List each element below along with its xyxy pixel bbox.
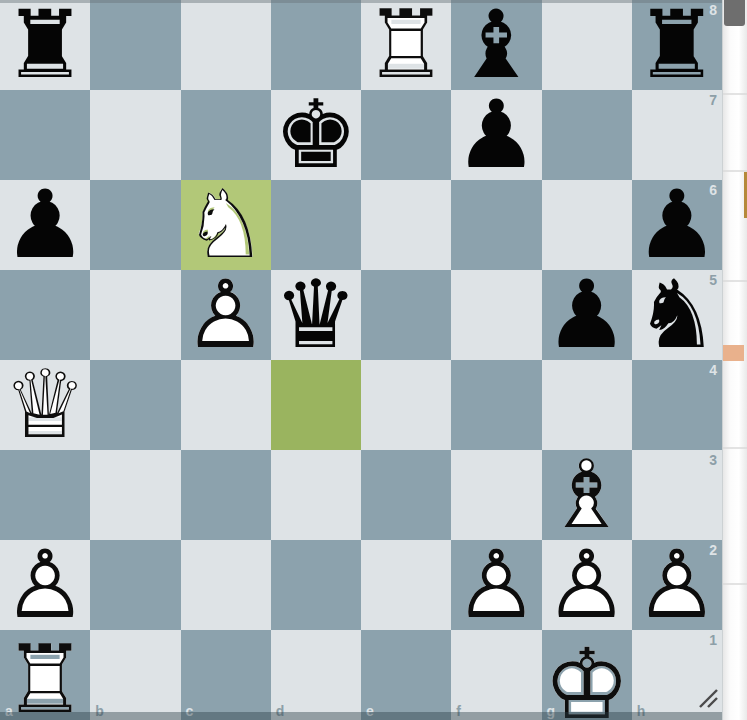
square-d6[interactable]	[271, 180, 361, 270]
scrollbar-thumb[interactable]	[724, 0, 745, 26]
square-f5[interactable]	[451, 270, 541, 360]
square-d5[interactable]: ♛	[271, 270, 361, 360]
chess-app-screen: ♜♜♖♝♜8♚♟7♟♞♘♟6♟♙♛♟♞5♛♕4♝♗3♟♙♟♙♟♙♟♙2♜♖abc…	[0, 0, 747, 720]
black-knight[interactable]: ♞	[632, 270, 722, 360]
square-c2[interactable]	[181, 540, 271, 630]
square-h6[interactable]: ♟6	[632, 180, 722, 270]
square-g2[interactable]: ♟♙	[542, 540, 632, 630]
square-a7[interactable]	[0, 90, 90, 180]
file-label-d: d	[276, 704, 285, 718]
square-f3[interactable]	[451, 450, 541, 540]
piece-outline: ♙	[544, 530, 628, 639]
black-pawn[interactable]: ♟	[542, 270, 632, 360]
piece-outline: ♙	[183, 260, 267, 369]
square-f2[interactable]: ♟♙	[451, 540, 541, 630]
square-c5[interactable]: ♟♙	[181, 270, 271, 360]
square-b3[interactable]	[90, 450, 180, 540]
white-rook[interactable]: ♜♖	[0, 635, 90, 720]
square-c7[interactable]	[181, 90, 271, 180]
piece-outline: ♖	[364, 0, 448, 99]
board-resize-handle-icon[interactable]	[697, 687, 719, 709]
square-b8[interactable]	[90, 0, 180, 90]
square-g5[interactable]: ♟	[542, 270, 632, 360]
square-d2[interactable]	[271, 540, 361, 630]
panel-row-divider	[723, 93, 747, 95]
square-a3[interactable]	[0, 450, 90, 540]
move-list-highlight-row	[723, 345, 744, 361]
square-f4[interactable]	[451, 360, 541, 450]
rank-label-4: 4	[709, 363, 717, 377]
square-b7[interactable]	[90, 90, 180, 180]
piece-outline: ♖	[3, 625, 87, 720]
square-c3[interactable]	[181, 450, 271, 540]
square-h3[interactable]: 3	[632, 450, 722, 540]
panel-row-divider	[723, 447, 747, 449]
file-label-b: b	[95, 704, 104, 718]
square-g7[interactable]	[542, 90, 632, 180]
square-e3[interactable]	[361, 450, 451, 540]
white-bishop[interactable]: ♝♗	[542, 450, 632, 540]
square-h8[interactable]: ♜8	[632, 0, 722, 90]
square-e6[interactable]	[361, 180, 451, 270]
square-f1[interactable]: f	[451, 630, 541, 720]
white-king[interactable]: ♚♔	[542, 639, 632, 720]
piece-outline: ♙	[454, 530, 538, 639]
panel-row-divider	[723, 583, 747, 585]
square-e8[interactable]: ♜♖	[361, 0, 451, 90]
square-d3[interactable]	[271, 450, 361, 540]
square-c6[interactable]: ♞♘	[181, 180, 271, 270]
square-a4[interactable]: ♛♕	[0, 360, 90, 450]
square-h4[interactable]: 4	[632, 360, 722, 450]
square-e5[interactable]	[361, 270, 451, 360]
white-pawn[interactable]: ♟♙	[181, 270, 271, 360]
square-g8[interactable]	[542, 0, 632, 90]
piece-outline: ♕	[3, 350, 87, 459]
black-pawn[interactable]: ♟	[451, 90, 541, 180]
panel-row-divider	[723, 170, 747, 172]
square-e4[interactable]	[361, 360, 451, 450]
panel-row-divider	[723, 280, 747, 282]
square-b6[interactable]	[90, 180, 180, 270]
black-bishop[interactable]: ♝	[451, 0, 541, 90]
chess-board: ♜♜♖♝♜8♚♟7♟♞♘♟6♟♙♛♟♞5♛♕4♝♗3♟♙♟♙♟♙♟♙2♜♖abc…	[0, 0, 722, 720]
square-g4[interactable]	[542, 360, 632, 450]
square-a5[interactable]	[0, 270, 90, 360]
square-h2[interactable]: ♟♙2	[632, 540, 722, 630]
side-panel-edge	[722, 0, 747, 720]
square-e2[interactable]	[361, 540, 451, 630]
square-d8[interactable]	[271, 0, 361, 90]
square-a2[interactable]: ♟♙	[0, 540, 90, 630]
file-label-c: c	[186, 704, 194, 718]
white-pawn[interactable]: ♟♙	[542, 540, 632, 630]
square-c8[interactable]	[181, 0, 271, 90]
square-e7[interactable]	[361, 90, 451, 180]
square-d7[interactable]: ♚	[271, 90, 361, 180]
piece-outline: ♔	[543, 627, 631, 720]
black-pawn[interactable]: ♟	[0, 180, 90, 270]
square-c4[interactable]	[181, 360, 271, 450]
white-knight[interactable]: ♞♘	[181, 180, 271, 270]
file-label-f: f	[456, 704, 461, 718]
file-label-h: h	[637, 704, 646, 718]
square-b2[interactable]	[90, 540, 180, 630]
square-d1[interactable]: d	[271, 630, 361, 720]
square-b1[interactable]: b	[90, 630, 180, 720]
rank-label-3: 3	[709, 453, 717, 467]
black-pawn[interactable]: ♟	[632, 180, 722, 270]
rank-label-7: 7	[709, 93, 717, 107]
square-g6[interactable]	[542, 180, 632, 270]
white-pawn[interactable]: ♟♙	[451, 540, 541, 630]
piece-outline: ♙	[3, 530, 87, 639]
square-d4[interactable]	[271, 360, 361, 450]
square-g1[interactable]: ♚♔g	[542, 630, 632, 720]
black-rook[interactable]: ♜	[0, 0, 90, 90]
file-label-e: e	[366, 704, 374, 718]
square-f6[interactable]	[451, 180, 541, 270]
square-a8[interactable]: ♜	[0, 0, 90, 90]
white-pawn[interactable]: ♟♙	[632, 540, 722, 630]
rank-label-1: 1	[709, 633, 717, 647]
piece-outline: ♙	[635, 530, 719, 639]
white-rook[interactable]: ♜♖	[361, 0, 451, 90]
white-queen[interactable]: ♛♕	[0, 360, 90, 450]
square-f8[interactable]: ♝	[451, 0, 541, 90]
square-g3[interactable]: ♝♗	[542, 450, 632, 540]
black-queen[interactable]: ♛	[271, 270, 361, 360]
white-pawn[interactable]: ♟♙	[0, 540, 90, 630]
square-h7[interactable]: 7	[632, 90, 722, 180]
black-rook[interactable]: ♜	[632, 0, 722, 90]
square-b4[interactable]	[90, 360, 180, 450]
square-e1[interactable]: e	[361, 630, 451, 720]
square-a1[interactable]: ♜♖a	[0, 630, 90, 720]
square-h5[interactable]: ♞5	[632, 270, 722, 360]
square-c1[interactable]: c	[181, 630, 271, 720]
square-b5[interactable]	[90, 270, 180, 360]
square-f7[interactable]: ♟	[451, 90, 541, 180]
black-king[interactable]: ♚	[271, 90, 361, 180]
square-a6[interactable]: ♟	[0, 180, 90, 270]
